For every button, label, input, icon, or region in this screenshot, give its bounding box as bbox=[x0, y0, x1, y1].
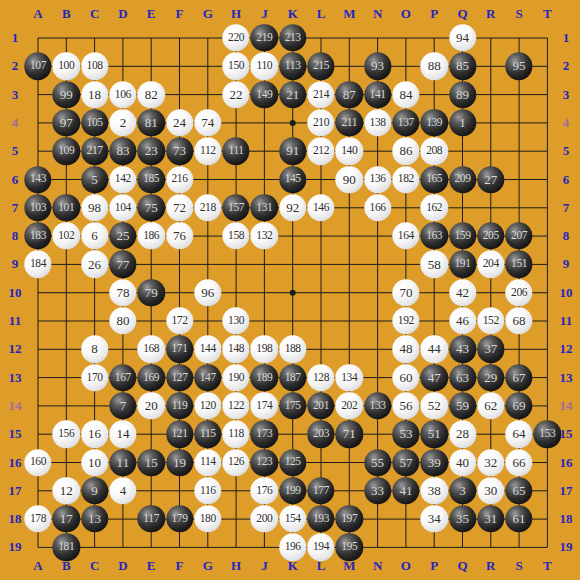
col-label-top-B: B bbox=[62, 6, 71, 22]
move-number: 23 bbox=[145, 145, 158, 158]
move-number: 98 bbox=[88, 201, 101, 214]
move-number: 55 bbox=[371, 456, 384, 469]
move-number: 128 bbox=[313, 372, 329, 384]
move-number: 112 bbox=[200, 145, 216, 157]
move-number: 92 bbox=[286, 201, 299, 214]
row-label-right-5: 5 bbox=[563, 143, 570, 159]
row-label-left-13: 13 bbox=[9, 370, 22, 386]
col-label-bottom-S: S bbox=[515, 558, 522, 574]
row-label-right-4: 4 bbox=[563, 115, 570, 131]
move-number: 219 bbox=[256, 32, 272, 44]
move-number: 56 bbox=[399, 399, 412, 412]
move-number: 10 bbox=[88, 456, 101, 469]
move-number: 143 bbox=[30, 174, 46, 186]
move-number: 198 bbox=[256, 344, 272, 356]
move-number: 181 bbox=[58, 542, 74, 554]
move-number: 205 bbox=[483, 230, 499, 242]
move-number: 16 bbox=[88, 428, 101, 441]
move-number: 34 bbox=[428, 513, 441, 526]
row-label-left-9: 9 bbox=[12, 256, 19, 272]
move-number: 220 bbox=[228, 32, 244, 44]
move-number: 147 bbox=[200, 372, 216, 384]
move-number: 130 bbox=[228, 315, 244, 327]
move-number: 63 bbox=[456, 371, 469, 384]
move-number: 60 bbox=[399, 371, 412, 384]
move-number: 84 bbox=[399, 88, 412, 101]
move-number: 171 bbox=[171, 344, 187, 356]
row-label-right-19: 19 bbox=[560, 539, 573, 555]
move-number: 199 bbox=[285, 485, 301, 497]
go-board[interactable]: AABBCCDDEEFFGGHHJJKKLLMMNNOOPPQQRRSSTT11… bbox=[0, 0, 580, 580]
move-number: 163 bbox=[426, 230, 442, 242]
move-number: 172 bbox=[171, 315, 187, 327]
move-number: 37 bbox=[484, 343, 497, 356]
move-number: 159 bbox=[454, 230, 470, 242]
move-number: 83 bbox=[116, 145, 129, 158]
move-number: 180 bbox=[200, 513, 216, 525]
col-label-top-O: O bbox=[401, 6, 411, 22]
move-number: 64 bbox=[513, 428, 526, 441]
move-number: 189 bbox=[256, 372, 272, 384]
move-number: 14 bbox=[116, 428, 129, 441]
col-label-bottom-G: G bbox=[203, 558, 213, 574]
move-number: 122 bbox=[228, 400, 244, 412]
move-number: 3 bbox=[459, 484, 466, 497]
move-number: 115 bbox=[200, 428, 216, 440]
move-number: 218 bbox=[200, 202, 216, 214]
move-number: 126 bbox=[228, 457, 244, 469]
move-number: 77 bbox=[116, 258, 129, 271]
move-number: 208 bbox=[426, 145, 442, 157]
move-number: 216 bbox=[171, 174, 187, 186]
col-label-top-L: L bbox=[317, 6, 326, 22]
move-number: 96 bbox=[201, 286, 214, 299]
move-number: 42 bbox=[456, 286, 469, 299]
move-number: 95 bbox=[513, 60, 526, 73]
move-number: 203 bbox=[313, 428, 329, 440]
move-number: 152 bbox=[483, 315, 499, 327]
col-label-top-E: E bbox=[147, 6, 156, 22]
move-number: 47 bbox=[428, 371, 441, 384]
move-number: 6 bbox=[91, 230, 98, 243]
move-number: 31 bbox=[484, 513, 497, 526]
move-number: 191 bbox=[454, 259, 470, 271]
move-number: 136 bbox=[370, 174, 386, 186]
row-label-left-11: 11 bbox=[9, 313, 21, 329]
move-number: 104 bbox=[115, 202, 131, 214]
move-number: 28 bbox=[456, 428, 469, 441]
move-number: 150 bbox=[228, 61, 244, 73]
col-label-bottom-Q: Q bbox=[457, 558, 467, 574]
row-label-right-15: 15 bbox=[560, 426, 573, 442]
col-label-top-N: N bbox=[373, 6, 382, 22]
move-number: 184 bbox=[30, 259, 46, 271]
move-number: 86 bbox=[399, 145, 412, 158]
col-label-bottom-O: O bbox=[401, 558, 411, 574]
move-number: 73 bbox=[173, 145, 186, 158]
col-label-bottom-P: P bbox=[430, 558, 438, 574]
move-number: 19 bbox=[173, 456, 186, 469]
move-number: 215 bbox=[313, 61, 329, 73]
move-number: 154 bbox=[285, 513, 301, 525]
move-number: 186 bbox=[143, 230, 159, 242]
move-number: 141 bbox=[370, 89, 386, 101]
move-number: 165 bbox=[426, 174, 442, 186]
move-number: 173 bbox=[256, 428, 272, 440]
move-number: 20 bbox=[145, 399, 158, 412]
move-number: 157 bbox=[228, 202, 244, 214]
move-number: 108 bbox=[87, 61, 103, 73]
move-number: 133 bbox=[370, 400, 386, 412]
move-number: 7 bbox=[120, 399, 127, 412]
col-label-bottom-E: E bbox=[147, 558, 156, 574]
move-number: 210 bbox=[313, 117, 329, 129]
move-number: 179 bbox=[171, 513, 187, 525]
move-number: 182 bbox=[398, 174, 414, 186]
move-number: 117 bbox=[143, 513, 159, 525]
move-number: 134 bbox=[341, 372, 357, 384]
move-number: 38 bbox=[428, 484, 441, 497]
move-number: 65 bbox=[513, 484, 526, 497]
row-label-right-12: 12 bbox=[560, 341, 573, 357]
move-number: 201 bbox=[313, 400, 329, 412]
move-number: 178 bbox=[30, 513, 46, 525]
move-number: 187 bbox=[285, 372, 301, 384]
move-number: 177 bbox=[313, 485, 329, 497]
move-number: 125 bbox=[285, 457, 301, 469]
move-number: 11 bbox=[117, 456, 130, 469]
move-number: 190 bbox=[228, 372, 244, 384]
move-number: 5 bbox=[91, 173, 98, 186]
move-number: 15 bbox=[145, 456, 158, 469]
star-point-K4 bbox=[290, 120, 296, 126]
row-label-left-10: 10 bbox=[9, 285, 22, 301]
move-number: 27 bbox=[484, 173, 497, 186]
col-label-top-R: R bbox=[486, 6, 495, 22]
move-number: 70 bbox=[399, 286, 412, 299]
move-number: 168 bbox=[143, 344, 159, 356]
move-number: 214 bbox=[313, 89, 329, 101]
move-number: 110 bbox=[257, 61, 273, 73]
move-number: 33 bbox=[371, 484, 384, 497]
star-point-K10 bbox=[290, 290, 296, 296]
move-number: 52 bbox=[428, 399, 441, 412]
col-label-bottom-N: N bbox=[373, 558, 382, 574]
move-number: 46 bbox=[456, 314, 469, 327]
move-number: 149 bbox=[256, 89, 272, 101]
col-label-bottom-D: D bbox=[118, 558, 127, 574]
move-number: 145 bbox=[285, 174, 301, 186]
row-label-left-1: 1 bbox=[12, 30, 19, 46]
move-number: 57 bbox=[399, 456, 412, 469]
move-number: 217 bbox=[87, 145, 103, 157]
row-label-left-18: 18 bbox=[9, 511, 22, 527]
move-number: 183 bbox=[30, 230, 46, 242]
move-number: 142 bbox=[115, 174, 131, 186]
move-number: 193 bbox=[313, 513, 329, 525]
row-label-left-17: 17 bbox=[9, 483, 22, 499]
row-label-right-11: 11 bbox=[560, 313, 572, 329]
move-number: 197 bbox=[341, 513, 357, 525]
col-label-top-Q: Q bbox=[457, 6, 467, 22]
col-label-top-S: S bbox=[515, 6, 522, 22]
row-label-left-8: 8 bbox=[12, 228, 19, 244]
move-number: 188 bbox=[285, 344, 301, 356]
row-label-right-10: 10 bbox=[560, 285, 573, 301]
move-number: 175 bbox=[285, 400, 301, 412]
move-number: 123 bbox=[256, 457, 272, 469]
col-label-top-C: C bbox=[90, 6, 99, 22]
move-number: 82 bbox=[145, 88, 158, 101]
row-label-left-12: 12 bbox=[9, 341, 22, 357]
move-number: 91 bbox=[286, 145, 299, 158]
move-number: 119 bbox=[172, 400, 188, 412]
move-number: 121 bbox=[171, 428, 187, 440]
move-number: 59 bbox=[456, 399, 469, 412]
row-label-right-3: 3 bbox=[563, 87, 570, 103]
move-number: 90 bbox=[343, 173, 356, 186]
move-number: 131 bbox=[256, 202, 272, 214]
move-number: 158 bbox=[228, 230, 244, 242]
row-label-right-7: 7 bbox=[563, 200, 570, 216]
move-number: 61 bbox=[513, 513, 526, 526]
col-label-top-A: A bbox=[33, 6, 42, 22]
move-number: 87 bbox=[343, 88, 356, 101]
move-number: 174 bbox=[256, 400, 272, 412]
move-number: 138 bbox=[370, 117, 386, 129]
row-label-left-4: 4 bbox=[12, 115, 19, 131]
move-number: 76 bbox=[173, 230, 186, 243]
move-number: 120 bbox=[200, 400, 216, 412]
move-number: 18 bbox=[88, 88, 101, 101]
move-number: 118 bbox=[228, 428, 244, 440]
row-label-right-16: 16 bbox=[560, 455, 573, 471]
row-label-right-13: 13 bbox=[560, 370, 573, 386]
row-label-left-3: 3 bbox=[12, 87, 19, 103]
col-label-bottom-J: J bbox=[261, 558, 268, 574]
move-number: 8 bbox=[91, 343, 98, 356]
move-number: 151 bbox=[511, 259, 527, 271]
move-number: 202 bbox=[341, 400, 357, 412]
move-number: 41 bbox=[399, 484, 412, 497]
row-label-left-7: 7 bbox=[12, 200, 19, 216]
move-number: 79 bbox=[145, 286, 158, 299]
move-number: 22 bbox=[230, 88, 243, 101]
move-number: 69 bbox=[513, 399, 526, 412]
move-number: 26 bbox=[88, 258, 101, 271]
move-number: 68 bbox=[513, 314, 526, 327]
move-number: 167 bbox=[115, 372, 131, 384]
move-number: 30 bbox=[484, 484, 497, 497]
move-number: 48 bbox=[399, 343, 412, 356]
move-number: 43 bbox=[456, 343, 469, 356]
row-label-left-2: 2 bbox=[12, 58, 19, 74]
row-label-right-17: 17 bbox=[560, 483, 573, 499]
col-label-top-T: T bbox=[543, 6, 552, 22]
row-label-right-18: 18 bbox=[560, 511, 573, 527]
col-label-bottom-F: F bbox=[176, 558, 184, 574]
move-number: 148 bbox=[228, 344, 244, 356]
move-number: 67 bbox=[513, 371, 526, 384]
row-label-left-5: 5 bbox=[12, 143, 19, 159]
move-number: 17 bbox=[60, 513, 73, 526]
move-number: 97 bbox=[60, 116, 73, 129]
move-number: 72 bbox=[173, 201, 186, 214]
move-number: 185 bbox=[143, 174, 159, 186]
row-label-right-6: 6 bbox=[563, 172, 570, 188]
move-number: 85 bbox=[456, 60, 469, 73]
col-label-bottom-T: T bbox=[543, 558, 552, 574]
move-number: 32 bbox=[484, 456, 497, 469]
move-number: 94 bbox=[456, 31, 469, 44]
row-label-left-14: 14 bbox=[9, 398, 22, 414]
row-label-right-1: 1 bbox=[563, 30, 570, 46]
move-number: 4 bbox=[120, 484, 127, 497]
move-number: 101 bbox=[58, 202, 74, 214]
move-number: 206 bbox=[511, 287, 527, 299]
move-number: 74 bbox=[201, 116, 214, 129]
move-number: 192 bbox=[398, 315, 414, 327]
move-number: 107 bbox=[30, 61, 46, 73]
row-label-right-14: 14 bbox=[560, 398, 573, 414]
move-number: 100 bbox=[58, 61, 74, 73]
col-label-bottom-H: H bbox=[231, 558, 241, 574]
col-label-bottom-R: R bbox=[486, 558, 495, 574]
move-number: 62 bbox=[484, 399, 497, 412]
move-number: 89 bbox=[456, 88, 469, 101]
move-number: 51 bbox=[428, 428, 441, 441]
row-label-left-15: 15 bbox=[9, 426, 22, 442]
move-number: 140 bbox=[341, 145, 357, 157]
move-number: 58 bbox=[428, 258, 441, 271]
move-number: 78 bbox=[116, 286, 129, 299]
move-number: 127 bbox=[171, 372, 187, 384]
move-number: 109 bbox=[58, 145, 74, 157]
move-number: 114 bbox=[200, 457, 216, 469]
move-number: 9 bbox=[91, 484, 98, 497]
col-label-top-M: M bbox=[343, 6, 355, 22]
col-label-bottom-C: C bbox=[90, 558, 99, 574]
move-number: 166 bbox=[370, 202, 386, 214]
move-number: 196 bbox=[285, 542, 301, 554]
move-number: 39 bbox=[428, 456, 441, 469]
move-number: 204 bbox=[483, 259, 499, 271]
row-label-right-2: 2 bbox=[563, 58, 570, 74]
col-label-top-G: G bbox=[203, 6, 213, 22]
move-number: 24 bbox=[173, 116, 186, 129]
move-number: 170 bbox=[87, 372, 103, 384]
move-number: 44 bbox=[428, 343, 441, 356]
move-number: 111 bbox=[228, 145, 243, 157]
move-number: 194 bbox=[313, 542, 329, 554]
col-label-bottom-A: A bbox=[33, 558, 42, 574]
move-number: 207 bbox=[511, 230, 527, 242]
row-label-right-8: 8 bbox=[563, 228, 570, 244]
move-number: 169 bbox=[143, 372, 159, 384]
move-number: 106 bbox=[115, 89, 131, 101]
row-label-left-16: 16 bbox=[9, 455, 22, 471]
move-number: 137 bbox=[398, 117, 414, 129]
move-number: 25 bbox=[116, 230, 129, 243]
move-number: 103 bbox=[30, 202, 46, 214]
move-number: 212 bbox=[313, 145, 329, 157]
move-number: 29 bbox=[484, 371, 497, 384]
move-number: 162 bbox=[426, 202, 442, 214]
move-number: 75 bbox=[145, 201, 158, 214]
col-label-top-K: K bbox=[288, 6, 298, 22]
row-label-left-19: 19 bbox=[9, 539, 22, 555]
col-label-top-F: F bbox=[176, 6, 184, 22]
move-number: 81 bbox=[145, 116, 158, 129]
move-number: 53 bbox=[399, 428, 412, 441]
move-number: 80 bbox=[116, 314, 129, 327]
move-number: 176 bbox=[256, 485, 272, 497]
move-number: 209 bbox=[454, 174, 470, 186]
move-number: 195 bbox=[341, 542, 357, 554]
move-number: 139 bbox=[426, 117, 442, 129]
move-number: 160 bbox=[30, 457, 46, 469]
move-number: 99 bbox=[60, 88, 73, 101]
move-number: 40 bbox=[456, 456, 469, 469]
move-number: 113 bbox=[285, 61, 301, 73]
move-number: 200 bbox=[256, 513, 272, 525]
move-number: 12 bbox=[60, 484, 73, 497]
move-number: 132 bbox=[256, 230, 272, 242]
move-number: 146 bbox=[313, 202, 329, 214]
move-number: 13 bbox=[88, 513, 101, 526]
col-label-top-D: D bbox=[118, 6, 127, 22]
move-number: 71 bbox=[343, 428, 356, 441]
move-number: 102 bbox=[58, 230, 74, 242]
row-label-right-9: 9 bbox=[563, 256, 570, 272]
move-number: 164 bbox=[398, 230, 414, 242]
move-number: 156 bbox=[58, 428, 74, 440]
move-number: 116 bbox=[200, 485, 216, 497]
move-number: 35 bbox=[456, 513, 469, 526]
move-number: 93 bbox=[371, 60, 384, 73]
row-label-left-6: 6 bbox=[12, 172, 19, 188]
col-label-top-P: P bbox=[430, 6, 438, 22]
col-label-top-J: J bbox=[261, 6, 268, 22]
move-number: 144 bbox=[200, 344, 216, 356]
move-number: 21 bbox=[286, 88, 299, 101]
move-number: 213 bbox=[285, 32, 301, 44]
move-number: 88 bbox=[428, 60, 441, 73]
move-number: 211 bbox=[341, 117, 357, 129]
col-label-top-H: H bbox=[231, 6, 241, 22]
move-number: 1 bbox=[459, 116, 466, 129]
move-number: 66 bbox=[513, 456, 526, 469]
move-number: 153 bbox=[539, 428, 555, 440]
move-number: 105 bbox=[87, 117, 103, 129]
move-number: 2 bbox=[120, 116, 127, 129]
